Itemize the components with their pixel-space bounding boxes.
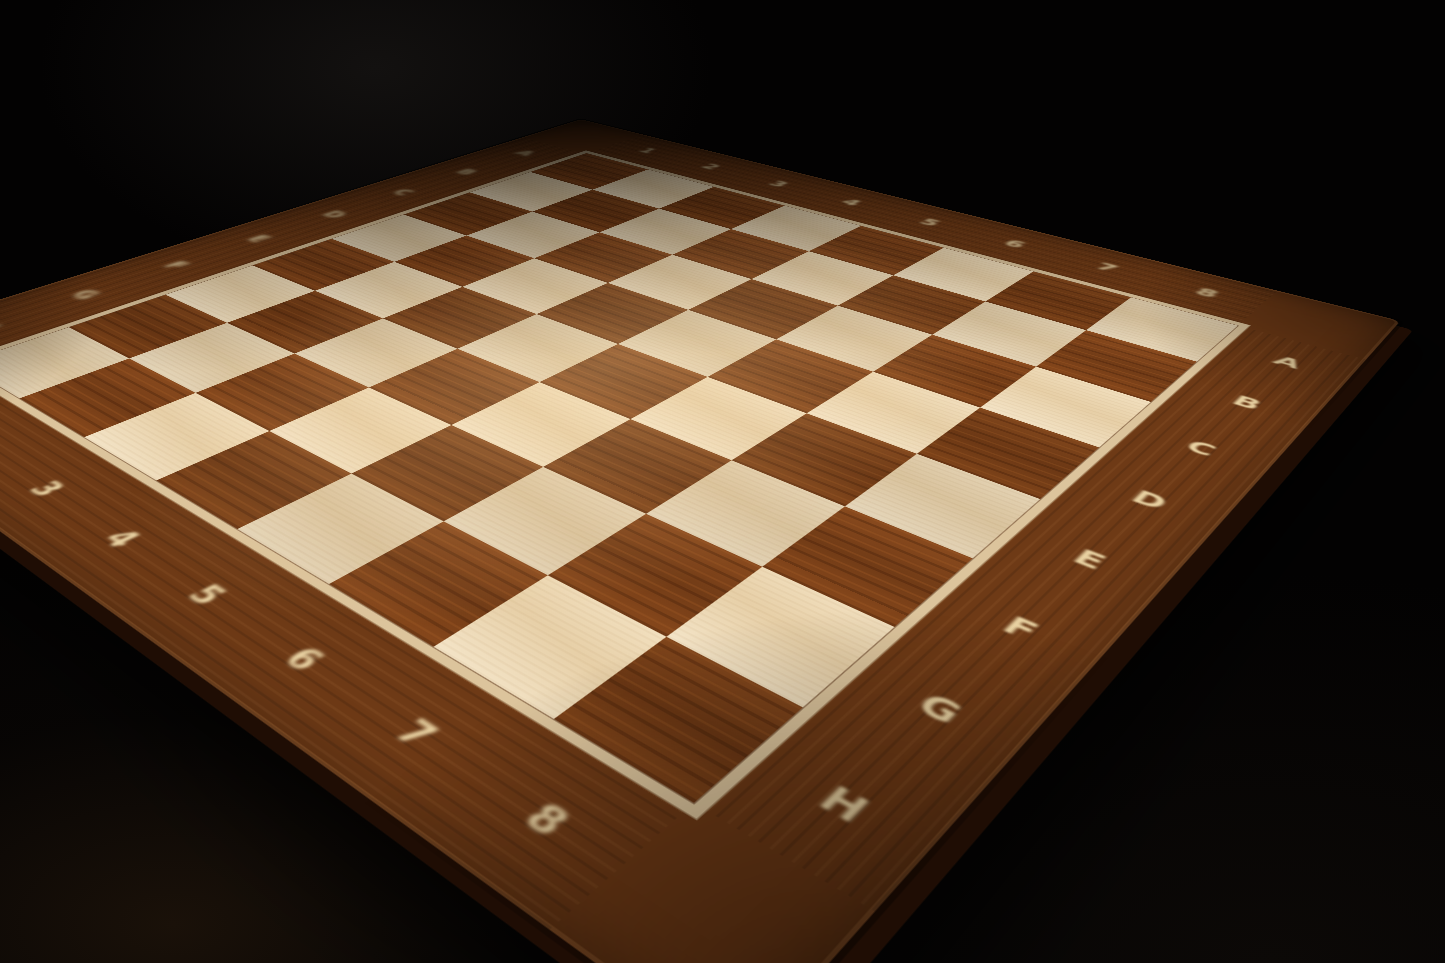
coordinate-glyph: G xyxy=(910,689,968,729)
coordinate-glyph: 8 xyxy=(515,797,577,843)
coordinate-glyph: F xyxy=(996,612,1043,643)
coordinate-glyph: A xyxy=(511,149,538,157)
coordinate-glyph: C xyxy=(1181,438,1220,459)
coordinate-glyph: D xyxy=(318,209,350,220)
coordinate-glyph: 7 xyxy=(386,714,444,753)
coordinate-glyph: 6 xyxy=(1000,238,1028,249)
coordinate-glyph: 5 xyxy=(180,580,232,609)
coordinate-glyph: 3 xyxy=(765,179,791,188)
coordinate-glyph: E xyxy=(243,233,274,244)
coordinate-glyph: F xyxy=(160,259,193,271)
coordinate-glyph: 4 xyxy=(96,526,146,552)
coordinate-glyph: 3 xyxy=(22,477,69,500)
coordinate-glyph: 6 xyxy=(276,642,331,676)
photo-scene: HGFEDCBA HGFEDCBA 12345678 12345678 xyxy=(0,0,1445,963)
coordinate-glyph: C xyxy=(389,188,418,197)
coordinate-glyph: D xyxy=(1126,487,1171,512)
coordinate-glyph: 2 xyxy=(0,434,2,454)
coordinate-glyph: E xyxy=(1067,546,1110,573)
coordinate-glyph: A xyxy=(1269,354,1304,371)
coordinate-glyph: B xyxy=(452,168,480,177)
chessboard: HGFEDCBA HGFEDCBA 12345678 12345678 xyxy=(0,119,1400,963)
coordinate-glyph: B xyxy=(1228,393,1265,412)
coordinate-glyph: 8 xyxy=(1192,286,1222,299)
coordinate-glyph: H xyxy=(0,319,4,335)
coordinate-glyph: 5 xyxy=(916,217,943,227)
coordinate-glyph: 1 xyxy=(635,147,660,155)
coordinate-glyph: 2 xyxy=(698,163,723,171)
coordinate-glyph: H xyxy=(810,781,874,829)
coordinate-glyph: 4 xyxy=(838,198,865,207)
coordinate-glyph: 7 xyxy=(1092,261,1121,273)
coordinate-glyph: G xyxy=(66,287,103,301)
